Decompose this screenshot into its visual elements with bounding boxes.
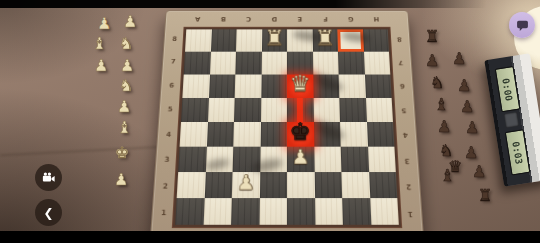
square-a7[interactable] (184, 52, 211, 75)
captured-black-pawn: ♟ (472, 164, 486, 180)
square-a8[interactable] (185, 29, 211, 51)
square-f3[interactable] (314, 147, 342, 172)
rank-label-4: 4 (398, 122, 413, 147)
square-e4[interactable]: ♚ (287, 122, 314, 147)
file-label-B: B (210, 13, 236, 26)
square-d7[interactable] (261, 52, 287, 75)
captured-black-bishop: ♝ (434, 97, 448, 113)
captured-white-pawn: ♟ (117, 99, 131, 115)
piece-black-king-e4[interactable]: ♚ (289, 120, 311, 144)
rank-label-1: 1 (403, 200, 418, 227)
file-label-G: G (338, 13, 364, 26)
square-g5[interactable] (339, 98, 366, 122)
clock-mode-panel (504, 112, 519, 128)
chat-button[interactable] (509, 12, 535, 38)
square-d5[interactable] (261, 98, 288, 122)
square-f8[interactable]: ♜ (312, 29, 338, 51)
square-h1[interactable] (370, 198, 399, 225)
square-h5[interactable] (365, 98, 393, 122)
captured-black-rook: ♜ (478, 188, 492, 204)
square-d2[interactable] (259, 172, 287, 198)
square-h6[interactable] (364, 75, 391, 98)
rank-label-7: 7 (394, 50, 408, 73)
captured-black-pawn: ♟ (464, 145, 478, 161)
captured-white-pawn: ♟ (97, 16, 111, 32)
rank-label-6: 6 (395, 74, 409, 98)
square-b1[interactable] (203, 198, 232, 225)
captured-white-pawn: ♟ (114, 172, 128, 188)
back-button[interactable]: ❮ (35, 199, 62, 226)
piece-white-rook-d8[interactable]: ♜ (264, 27, 285, 48)
square-c8[interactable] (236, 29, 262, 51)
file-labels-top: ABCDEFGH (185, 13, 390, 26)
captured-white-pawn: ♟ (94, 58, 108, 74)
square-h2[interactable] (369, 172, 398, 198)
letterbox-top-bar (0, 0, 540, 8)
captured-black-pawn: ♟ (465, 120, 479, 136)
square-e6[interactable]: ♛ (287, 75, 313, 98)
square-d1[interactable] (259, 198, 287, 225)
square-h4[interactable] (367, 122, 395, 147)
square-f2[interactable] (314, 172, 342, 198)
square-b7[interactable] (210, 52, 236, 75)
square-h7[interactable] (363, 52, 390, 75)
captured-black-rook: ♜ (425, 29, 439, 45)
camera-view-button[interactable] (35, 164, 62, 191)
rank-label-3: 3 (400, 147, 415, 173)
square-g2[interactable] (341, 172, 369, 198)
back-chevron-icon: ❮ (43, 206, 53, 220)
square-f1[interactable] (315, 198, 343, 225)
rank-label-2: 2 (401, 173, 416, 200)
square-d4[interactable] (260, 122, 287, 147)
file-label-F: F (312, 13, 338, 26)
rank-label-6: 6 (165, 74, 179, 98)
captured-black-pawn: ♟ (437, 119, 451, 135)
square-h3[interactable] (368, 147, 396, 172)
square-a4[interactable] (180, 122, 208, 147)
captured-white-bishop: ♝ (117, 120, 131, 136)
captured-black-knight: ♞ (430, 75, 444, 91)
captured-black-pawn: ♟ (452, 51, 466, 67)
square-a5[interactable] (181, 98, 209, 122)
piece-white-pawn-e3[interactable]: ♟ (291, 146, 309, 166)
square-b5[interactable] (208, 98, 235, 122)
captured-white-knight: ♞ (119, 36, 133, 52)
file-label-D: D (261, 13, 287, 26)
square-d8[interactable]: ♜ (262, 29, 287, 51)
letterbox-bottom-bar (0, 231, 540, 243)
square-g7[interactable] (338, 52, 364, 75)
square-c7[interactable] (235, 52, 261, 75)
clock-display-black: 0:03 (505, 129, 531, 175)
file-label-A: A (185, 13, 211, 26)
board-squares-area: ♜♜♛♚♟♟ (173, 28, 401, 227)
piece-white-pawn-c2[interactable]: ♟ (236, 172, 255, 193)
clock-time-bottom: 0:03 (510, 140, 524, 164)
square-f5[interactable] (313, 98, 340, 122)
table-seam (0, 146, 165, 157)
clock-time-top: 0:00 (500, 77, 514, 101)
square-c5[interactable] (234, 98, 261, 122)
captured-white-bishop: ♝ (92, 36, 106, 52)
square-b8[interactable] (211, 29, 237, 51)
rank-label-4: 4 (161, 122, 176, 147)
square-a6[interactable] (182, 75, 209, 98)
square-g1[interactable] (342, 198, 371, 225)
square-f7[interactable] (312, 52, 338, 75)
board-grid: ♜♜♛♚♟♟ (175, 29, 399, 224)
video-camera-icon (41, 170, 56, 185)
chess-board: ABCDEFGH ABCDEFGH 87654321 87654321 ♜♜♛♚… (149, 10, 425, 243)
clock-display-white: 0:00 (495, 66, 521, 112)
captured-black-pawn: ♟ (457, 78, 471, 94)
rank-label-8: 8 (392, 28, 406, 51)
square-c1[interactable] (231, 198, 259, 225)
captured-black-pawn: ♟ (460, 99, 474, 115)
square-e1[interactable] (287, 198, 315, 225)
square-e2[interactable] (287, 172, 315, 198)
rank-label-5: 5 (397, 97, 411, 122)
square-a2[interactable] (177, 172, 206, 198)
piece-white-queen-e6[interactable]: ♛ (289, 72, 310, 94)
square-b2[interactable] (204, 172, 232, 198)
file-label-E: E (287, 13, 313, 26)
square-a1[interactable] (175, 198, 204, 225)
captured-white-pawn: ♟ (120, 58, 134, 74)
piece-white-rook-f8[interactable]: ♜ (315, 27, 336, 48)
chess-clock: 0:00 0:03 (484, 53, 540, 187)
rank-label-7: 7 (166, 50, 180, 73)
captured-black-pawn: ♟ (425, 53, 439, 69)
square-e3[interactable]: ♟ (287, 147, 314, 172)
rank-label-3: 3 (160, 147, 175, 173)
speech-bubble-icon (516, 19, 529, 32)
rank-label-5: 5 (163, 97, 177, 122)
square-b4[interactable] (206, 122, 234, 147)
rank-label-1: 1 (156, 200, 171, 227)
captured-black-bishop: ♝ (440, 168, 454, 184)
square-g3[interactable] (341, 147, 369, 172)
captured-white-pawn: ♟ (123, 14, 137, 30)
square-b6[interactable] (209, 75, 236, 98)
screen: { "app": {"name": "3D chess game", "mode… (0, 0, 540, 243)
square-c4[interactable] (233, 122, 260, 147)
square-c2[interactable]: ♟ (232, 172, 260, 198)
captured-white-king: ♚ (115, 145, 129, 161)
file-label-C: C (236, 13, 262, 26)
rank-label-8: 8 (168, 28, 182, 51)
rank-label-2: 2 (158, 173, 173, 200)
captured-white-knight: ♞ (119, 78, 133, 94)
square-a3[interactable] (178, 147, 206, 172)
square-c6[interactable] (235, 75, 261, 98)
file-label-H: H (363, 13, 389, 26)
square-d6[interactable] (261, 75, 287, 98)
